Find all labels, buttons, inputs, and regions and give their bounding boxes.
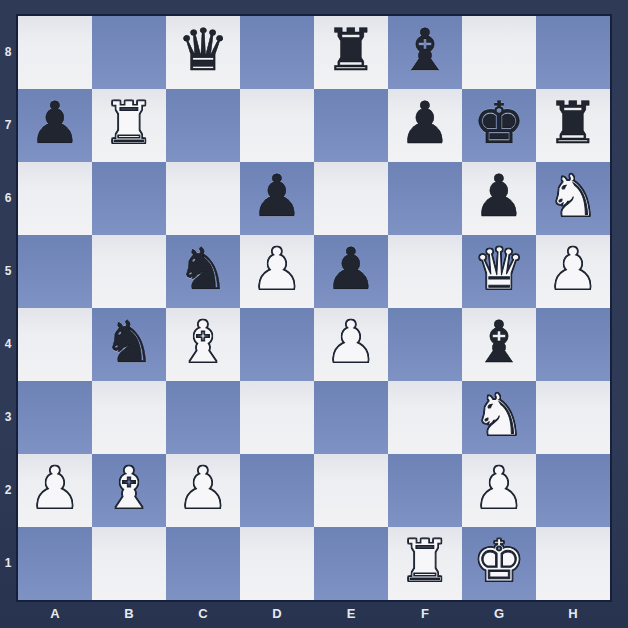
square-e1[interactable] xyxy=(314,527,388,600)
square-f3[interactable] xyxy=(388,381,462,454)
square-g7[interactable]: ♚ xyxy=(462,89,536,162)
piece-white-queen[interactable]: ♛ xyxy=(473,235,525,306)
square-a8[interactable] xyxy=(18,16,92,89)
square-b5[interactable] xyxy=(92,235,166,308)
square-b3[interactable] xyxy=(92,381,166,454)
piece-white-pawn[interactable]: ♟ xyxy=(251,235,303,306)
piece-black-pawn[interactable]: ♟ xyxy=(251,162,303,233)
piece-white-bishop[interactable]: ♝ xyxy=(103,454,155,525)
piece-black-knight[interactable]: ♞ xyxy=(103,308,155,379)
square-a3[interactable] xyxy=(18,381,92,454)
rank-label-2: 2 xyxy=(0,454,16,527)
file-label-d: D xyxy=(240,602,314,628)
piece-black-queen[interactable]: ♛ xyxy=(177,16,229,87)
square-b2[interactable]: ♝ xyxy=(92,454,166,527)
square-d1[interactable] xyxy=(240,527,314,600)
square-e2[interactable] xyxy=(314,454,388,527)
piece-white-pawn[interactable]: ♟ xyxy=(29,454,81,525)
file-label-h: H xyxy=(536,602,610,628)
square-a7[interactable]: ♟ xyxy=(18,89,92,162)
square-h6[interactable]: ♞ xyxy=(536,162,610,235)
square-e7[interactable] xyxy=(314,89,388,162)
square-e6[interactable] xyxy=(314,162,388,235)
piece-white-bishop[interactable]: ♝ xyxy=(177,308,229,379)
rank-label-1: 1 xyxy=(0,527,16,600)
file-label-c: C xyxy=(166,602,240,628)
square-g2[interactable]: ♟ xyxy=(462,454,536,527)
square-b6[interactable] xyxy=(92,162,166,235)
square-c4[interactable]: ♝ xyxy=(166,308,240,381)
square-h7[interactable]: ♜ xyxy=(536,89,610,162)
square-f6[interactable] xyxy=(388,162,462,235)
square-d2[interactable] xyxy=(240,454,314,527)
square-b8[interactable] xyxy=(92,16,166,89)
square-b1[interactable] xyxy=(92,527,166,600)
square-c8[interactable]: ♛ xyxy=(166,16,240,89)
square-a5[interactable] xyxy=(18,235,92,308)
piece-black-knight[interactable]: ♞ xyxy=(177,235,229,306)
piece-black-rook[interactable]: ♜ xyxy=(547,89,599,160)
square-f2[interactable] xyxy=(388,454,462,527)
square-h2[interactable] xyxy=(536,454,610,527)
piece-white-rook[interactable]: ♜ xyxy=(103,89,155,160)
file-label-g: G xyxy=(462,602,536,628)
square-c1[interactable] xyxy=(166,527,240,600)
rank-label-4: 4 xyxy=(0,308,16,381)
square-g3[interactable]: ♞ xyxy=(462,381,536,454)
piece-white-rook[interactable]: ♜ xyxy=(399,527,451,598)
piece-black-bishop[interactable]: ♝ xyxy=(399,16,451,87)
square-d8[interactable] xyxy=(240,16,314,89)
file-label-f: F xyxy=(388,602,462,628)
square-f7[interactable]: ♟ xyxy=(388,89,462,162)
square-a1[interactable] xyxy=(18,527,92,600)
piece-black-king[interactable]: ♚ xyxy=(473,89,525,160)
square-b7[interactable]: ♜ xyxy=(92,89,166,162)
square-h5[interactable]: ♟ xyxy=(536,235,610,308)
square-g1[interactable]: ♚ xyxy=(462,527,536,600)
square-e5[interactable]: ♟ xyxy=(314,235,388,308)
piece-black-pawn[interactable]: ♟ xyxy=(399,89,451,160)
chess-board: ♛♜♝♟♜♟♚♜♟♟♞♞♟♟♛♟♞♝♟♝♞♟♝♟♟♜♚ xyxy=(16,14,612,602)
file-label-a: A xyxy=(18,602,92,628)
square-f8[interactable]: ♝ xyxy=(388,16,462,89)
square-h1[interactable] xyxy=(536,527,610,600)
square-d6[interactable]: ♟ xyxy=(240,162,314,235)
piece-black-pawn[interactable]: ♟ xyxy=(29,89,81,160)
square-f4[interactable] xyxy=(388,308,462,381)
square-f1[interactable]: ♜ xyxy=(388,527,462,600)
board-frame: ♛♜♝♟♜♟♚♜♟♟♞♞♟♟♛♟♞♝♟♝♞♟♝♟♟♜♚ 87654321 ABC… xyxy=(0,0,628,628)
square-c2[interactable]: ♟ xyxy=(166,454,240,527)
square-g6[interactable]: ♟ xyxy=(462,162,536,235)
square-c5[interactable]: ♞ xyxy=(166,235,240,308)
rank-label-7: 7 xyxy=(0,89,16,162)
piece-black-pawn[interactable]: ♟ xyxy=(473,162,525,233)
square-b4[interactable]: ♞ xyxy=(92,308,166,381)
square-h3[interactable] xyxy=(536,381,610,454)
piece-white-pawn[interactable]: ♟ xyxy=(177,454,229,525)
square-h4[interactable] xyxy=(536,308,610,381)
file-label-e: E xyxy=(314,602,388,628)
square-e4[interactable]: ♟ xyxy=(314,308,388,381)
piece-black-rook[interactable]: ♜ xyxy=(325,16,377,87)
piece-white-knight[interactable]: ♞ xyxy=(473,381,525,452)
square-e8[interactable]: ♜ xyxy=(314,16,388,89)
square-d4[interactable] xyxy=(240,308,314,381)
square-a6[interactable] xyxy=(18,162,92,235)
square-d3[interactable] xyxy=(240,381,314,454)
square-c6[interactable] xyxy=(166,162,240,235)
piece-white-pawn[interactable]: ♟ xyxy=(547,235,599,306)
square-g5[interactable]: ♛ xyxy=(462,235,536,308)
square-g8[interactable] xyxy=(462,16,536,89)
piece-white-pawn[interactable]: ♟ xyxy=(473,454,525,525)
rank-label-5: 5 xyxy=(0,235,16,308)
rank-label-6: 6 xyxy=(0,162,16,235)
square-d7[interactable] xyxy=(240,89,314,162)
piece-white-pawn[interactable]: ♟ xyxy=(325,308,377,379)
square-d5[interactable]: ♟ xyxy=(240,235,314,308)
piece-black-pawn[interactable]: ♟ xyxy=(325,235,377,306)
square-c7[interactable] xyxy=(166,89,240,162)
rank-label-3: 3 xyxy=(0,381,16,454)
piece-black-bishop[interactable]: ♝ xyxy=(473,308,525,379)
piece-white-knight[interactable]: ♞ xyxy=(547,162,599,233)
square-a4[interactable] xyxy=(18,308,92,381)
rank-label-8: 8 xyxy=(0,16,16,89)
square-c3[interactable] xyxy=(166,381,240,454)
square-g4[interactable]: ♝ xyxy=(462,308,536,381)
square-h8[interactable] xyxy=(536,16,610,89)
piece-white-king[interactable]: ♚ xyxy=(473,527,525,598)
square-a2[interactable]: ♟ xyxy=(18,454,92,527)
file-label-b: B xyxy=(92,602,166,628)
square-e3[interactable] xyxy=(314,381,388,454)
square-f5[interactable] xyxy=(388,235,462,308)
